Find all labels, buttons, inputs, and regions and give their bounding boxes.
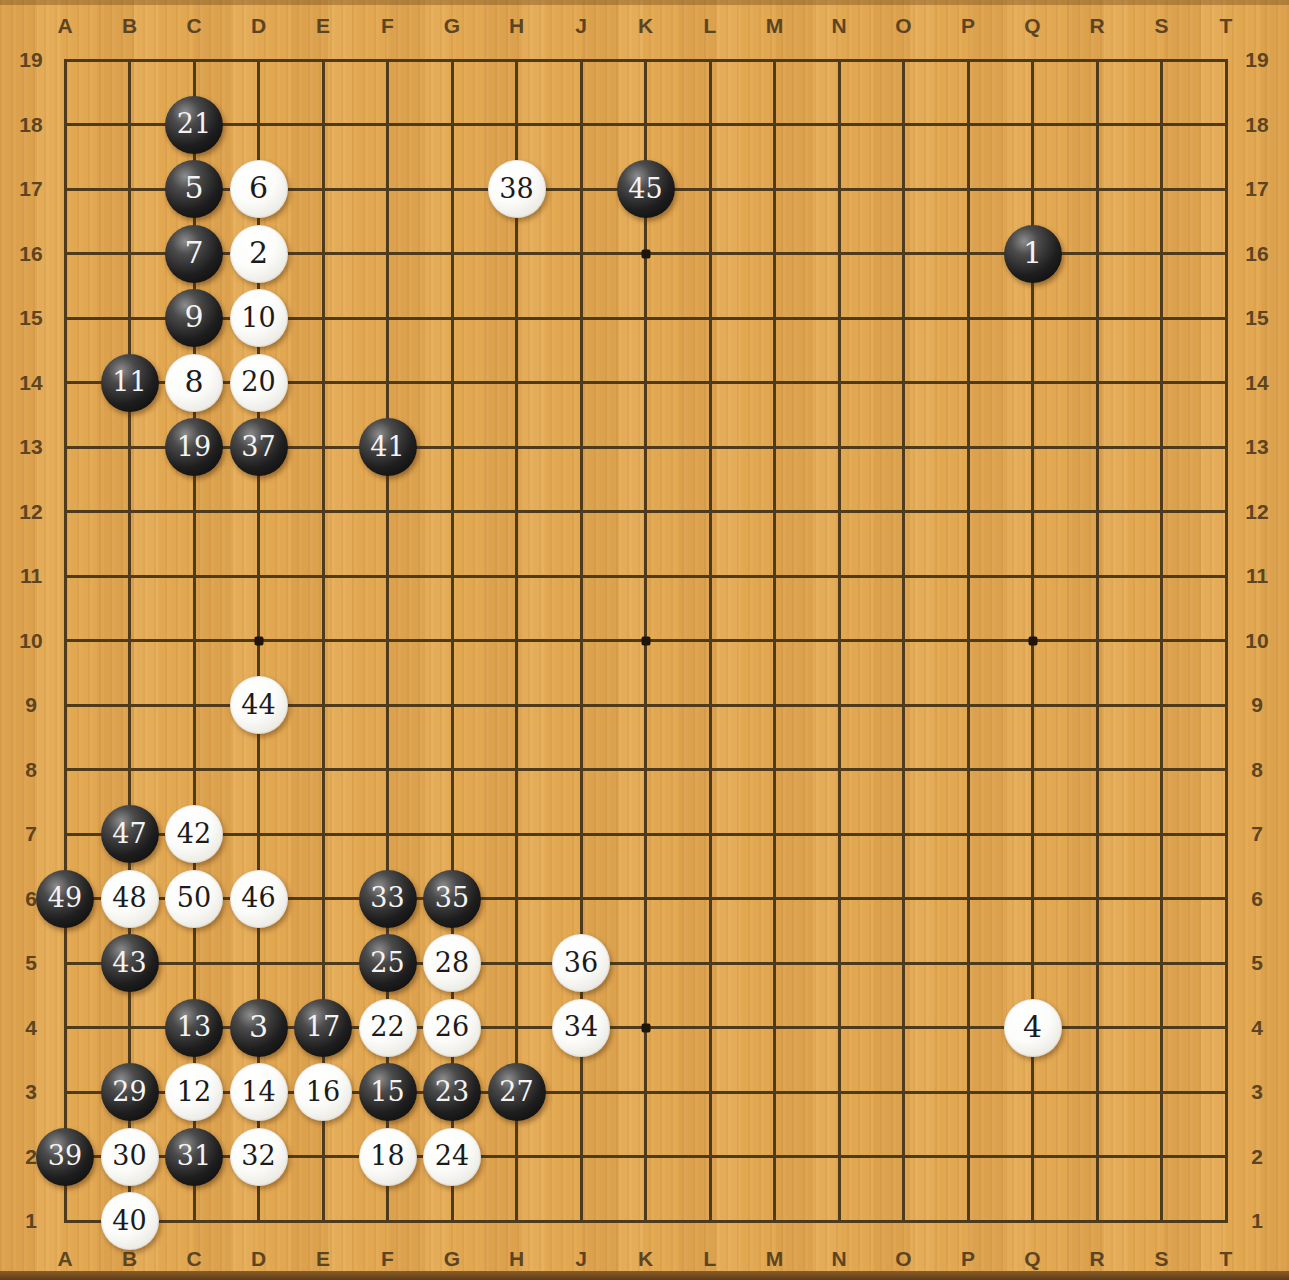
stone-move-number: 42 — [177, 820, 211, 847]
row-label-right: 9 — [1251, 693, 1263, 717]
row-label-right: 4 — [1251, 1016, 1263, 1040]
column-label-bottom: P — [961, 1247, 975, 1271]
row-label-right: 19 — [1245, 48, 1268, 72]
stone-move-number: 18 — [370, 1142, 404, 1169]
grid-line-horizontal — [64, 1220, 1228, 1223]
row-label-right: 7 — [1251, 822, 1263, 846]
stone-22-white-f4: 22 — [359, 999, 417, 1057]
stone-move-number: 30 — [112, 1142, 146, 1169]
stone-move-number: 31 — [177, 1142, 211, 1169]
column-label-bottom: S — [1154, 1247, 1168, 1271]
star-point-d10 — [254, 636, 263, 645]
row-label-left: 19 — [19, 48, 42, 72]
stone-move-number: 32 — [241, 1142, 275, 1169]
stone-43-black-b5: 43 — [101, 934, 159, 992]
row-label-right: 10 — [1245, 629, 1268, 653]
grid-line-horizontal — [64, 768, 1228, 771]
stone-20-white-d14: 20 — [230, 354, 288, 412]
stone-34-white-j4: 34 — [552, 999, 610, 1057]
stone-move-number: 46 — [241, 884, 275, 911]
stone-move-number: 13 — [177, 1013, 211, 1040]
stone-17-black-e4: 17 — [294, 999, 352, 1057]
stone-50-white-c6: 50 — [165, 870, 223, 928]
stone-move-number: 10 — [241, 304, 275, 331]
stone-1-black-q16: 1 — [1004, 225, 1062, 283]
column-label-top: F — [381, 14, 394, 38]
star-point-k16 — [641, 249, 650, 258]
stone-move-number: 21 — [177, 110, 211, 137]
stone-move-number: 14 — [241, 1078, 275, 1105]
column-label-bottom: F — [381, 1247, 394, 1271]
stone-42-white-c7: 42 — [165, 805, 223, 863]
stone-6-white-d17: 6 — [230, 160, 288, 218]
stone-move-number: 19 — [177, 433, 211, 460]
row-label-right: 17 — [1245, 177, 1268, 201]
stone-24-white-g2: 24 — [423, 1128, 481, 1186]
column-label-top: M — [766, 14, 784, 38]
row-label-left: 17 — [19, 177, 42, 201]
stone-30-white-b2: 30 — [101, 1128, 159, 1186]
stone-26-white-g4: 26 — [423, 999, 481, 1057]
stone-15-black-f3: 15 — [359, 1063, 417, 1121]
column-label-bottom: Q — [1024, 1247, 1040, 1271]
grid-line-vertical — [1225, 59, 1228, 1223]
column-label-bottom: R — [1089, 1247, 1104, 1271]
row-label-left: 4 — [25, 1016, 37, 1040]
column-label-bottom: B — [122, 1247, 137, 1271]
stone-move-number: 24 — [435, 1142, 469, 1169]
stone-18-white-f2: 18 — [359, 1128, 417, 1186]
stone-36-white-j5: 36 — [552, 934, 610, 992]
stone-move-number: 17 — [306, 1013, 340, 1040]
stone-23-black-g3: 23 — [423, 1063, 481, 1121]
column-label-top: H — [509, 14, 524, 38]
row-label-right: 11 — [1246, 564, 1268, 588]
stone-move-number: 2 — [249, 238, 268, 268]
stone-39-black-a2: 39 — [36, 1128, 94, 1186]
stone-47-black-b7: 47 — [101, 805, 159, 863]
stone-14-white-d3: 14 — [230, 1063, 288, 1121]
row-label-left: 16 — [19, 242, 42, 266]
stone-40-white-b1: 40 — [101, 1192, 159, 1250]
stone-41-black-f13: 41 — [359, 418, 417, 476]
stone-31-black-c2: 31 — [165, 1128, 223, 1186]
column-label-bottom: N — [831, 1247, 846, 1271]
row-label-left: 11 — [20, 564, 42, 588]
stone-move-number: 11 — [112, 368, 146, 395]
grid-line-vertical — [902, 59, 905, 1223]
column-label-bottom: G — [444, 1247, 460, 1271]
column-label-bottom: K — [638, 1247, 653, 1271]
row-label-right: 16 — [1245, 242, 1268, 266]
row-label-left: 18 — [19, 113, 42, 137]
column-label-top: O — [895, 14, 911, 38]
grid-line-vertical — [773, 59, 776, 1223]
stone-4-white-q4: 4 — [1004, 999, 1062, 1057]
column-label-bottom: C — [186, 1247, 201, 1271]
column-label-top: J — [575, 14, 587, 38]
stone-move-number: 39 — [48, 1142, 82, 1169]
stone-move-number: 40 — [112, 1207, 146, 1234]
stone-25-black-f5: 25 — [359, 934, 417, 992]
stone-13-black-c4: 13 — [165, 999, 223, 1057]
stone-move-number: 26 — [435, 1013, 469, 1040]
stone-move-number: 25 — [370, 949, 404, 976]
stone-38-white-h17: 38 — [488, 160, 546, 218]
stone-move-number: 34 — [564, 1013, 598, 1040]
row-label-left: 9 — [25, 693, 37, 717]
row-label-right: 14 — [1245, 371, 1268, 395]
row-label-left: 5 — [25, 951, 37, 975]
stone-move-number: 3 — [249, 1012, 268, 1042]
row-label-left: 3 — [25, 1080, 37, 1104]
column-label-top: N — [831, 14, 846, 38]
row-label-right: 3 — [1251, 1080, 1263, 1104]
column-label-bottom: M — [766, 1247, 784, 1271]
stone-32-white-d2: 32 — [230, 1128, 288, 1186]
stone-46-white-d6: 46 — [230, 870, 288, 928]
row-label-left: 12 — [19, 500, 42, 524]
stone-28-white-g5: 28 — [423, 934, 481, 992]
stone-7-black-c16: 7 — [165, 225, 223, 283]
go-board-diagram: AABBCCDDEEFFGGHHJJKKLLMMNNOOPPQQRRSSTT19… — [0, 0, 1289, 1280]
stone-21-black-c18: 21 — [165, 96, 223, 154]
column-label-bottom: T — [1220, 1247, 1233, 1271]
stone-move-number: 45 — [628, 175, 662, 202]
column-label-bottom: L — [704, 1247, 717, 1271]
stone-move-number: 29 — [112, 1078, 146, 1105]
column-label-bottom: E — [316, 1247, 330, 1271]
column-label-top: D — [251, 14, 266, 38]
row-label-right: 15 — [1245, 306, 1268, 330]
column-label-top: L — [704, 14, 717, 38]
grid-line-horizontal — [64, 833, 1228, 836]
row-label-right: 12 — [1245, 500, 1268, 524]
go-board[interactable]: AABBCCDDEEFFGGHHJJKKLLMMNNOOPPQQRRSSTT19… — [0, 0, 1289, 1280]
column-label-top: B — [122, 14, 137, 38]
stone-move-number: 37 — [241, 433, 275, 460]
grid-line-horizontal — [64, 962, 1228, 965]
stone-35-black-g6: 35 — [423, 870, 481, 928]
stone-move-number: 8 — [184, 367, 203, 397]
stone-move-number: 50 — [177, 884, 211, 911]
grid-line-vertical — [1096, 59, 1099, 1223]
column-label-top: S — [1154, 14, 1168, 38]
stone-move-number: 44 — [241, 691, 275, 718]
stone-11-black-b14: 11 — [101, 354, 159, 412]
row-label-right: 1 — [1251, 1209, 1263, 1233]
stone-45-black-k17: 45 — [617, 160, 675, 218]
row-label-right: 5 — [1251, 951, 1263, 975]
column-label-top: K — [638, 14, 653, 38]
stone-move-number: 43 — [112, 949, 146, 976]
stone-move-number: 12 — [177, 1078, 211, 1105]
stone-move-number: 41 — [370, 433, 404, 460]
stone-8-white-c14: 8 — [165, 354, 223, 412]
stone-move-number: 23 — [435, 1078, 469, 1105]
column-label-top: E — [316, 14, 330, 38]
stone-37-black-d13: 37 — [230, 418, 288, 476]
stone-44-white-d9: 44 — [230, 676, 288, 734]
row-label-left: 14 — [19, 371, 42, 395]
row-label-left: 15 — [19, 306, 42, 330]
stone-move-number: 28 — [435, 949, 469, 976]
stone-19-black-c13: 19 — [165, 418, 223, 476]
grid-line-vertical — [1160, 59, 1163, 1223]
grid-line-vertical — [709, 59, 712, 1223]
stone-move-number: 38 — [499, 175, 533, 202]
row-label-right: 2 — [1251, 1145, 1263, 1169]
column-label-top: P — [961, 14, 975, 38]
column-label-bottom: J — [575, 1247, 587, 1271]
stone-move-number: 6 — [249, 173, 268, 203]
stone-27-black-h3: 27 — [488, 1063, 546, 1121]
stone-29-black-b3: 29 — [101, 1063, 159, 1121]
grid-line-vertical — [838, 59, 841, 1223]
stone-move-number: 49 — [48, 884, 82, 911]
stone-move-number: 5 — [184, 173, 203, 203]
row-label-left: 1 — [25, 1209, 37, 1233]
stone-move-number: 35 — [435, 884, 469, 911]
stone-move-number: 7 — [184, 238, 203, 268]
stone-16-white-e3: 16 — [294, 1063, 352, 1121]
row-label-right: 13 — [1245, 435, 1268, 459]
stone-move-number: 16 — [306, 1078, 340, 1105]
star-point-k4 — [641, 1023, 650, 1032]
row-label-left: 13 — [19, 435, 42, 459]
stone-move-number: 4 — [1023, 1012, 1042, 1042]
column-label-top: R — [1089, 14, 1104, 38]
stone-3-black-d4: 3 — [230, 999, 288, 1057]
column-label-bottom: D — [251, 1247, 266, 1271]
stone-move-number: 20 — [241, 368, 275, 395]
stone-move-number: 36 — [564, 949, 598, 976]
stone-move-number: 27 — [499, 1078, 533, 1105]
stone-12-white-c3: 12 — [165, 1063, 223, 1121]
column-label-bottom: O — [895, 1247, 911, 1271]
column-label-top: A — [57, 14, 72, 38]
column-label-top: C — [186, 14, 201, 38]
column-label-bottom: A — [57, 1247, 72, 1271]
grid-line-vertical — [967, 59, 970, 1223]
stone-2-white-d16: 2 — [230, 225, 288, 283]
stone-move-number: 48 — [112, 884, 146, 911]
row-label-left: 7 — [25, 822, 37, 846]
stone-5-black-c17: 5 — [165, 160, 223, 218]
star-point-k10 — [641, 636, 650, 645]
stone-move-number: 9 — [184, 302, 203, 332]
column-label-top: Q — [1024, 14, 1040, 38]
stone-move-number: 1 — [1023, 238, 1042, 268]
row-label-right: 18 — [1245, 113, 1268, 137]
stone-move-number: 33 — [370, 884, 404, 911]
stone-move-number: 47 — [112, 820, 146, 847]
column-label-bottom: H — [509, 1247, 524, 1271]
stone-10-white-d15: 10 — [230, 289, 288, 347]
stone-9-black-c15: 9 — [165, 289, 223, 347]
stone-48-white-b6: 48 — [101, 870, 159, 928]
column-label-top: G — [444, 14, 460, 38]
row-label-right: 6 — [1251, 887, 1263, 911]
stone-move-number: 22 — [370, 1013, 404, 1040]
stone-49-black-a6: 49 — [36, 870, 94, 928]
row-label-right: 8 — [1251, 758, 1263, 782]
star-point-q10 — [1028, 636, 1037, 645]
stone-move-number: 15 — [370, 1078, 404, 1105]
column-label-top: T — [1220, 14, 1233, 38]
board-bottom-edge — [0, 1271, 1289, 1280]
stone-33-black-f6: 33 — [359, 870, 417, 928]
row-label-left: 10 — [19, 629, 42, 653]
row-label-left: 8 — [25, 758, 37, 782]
